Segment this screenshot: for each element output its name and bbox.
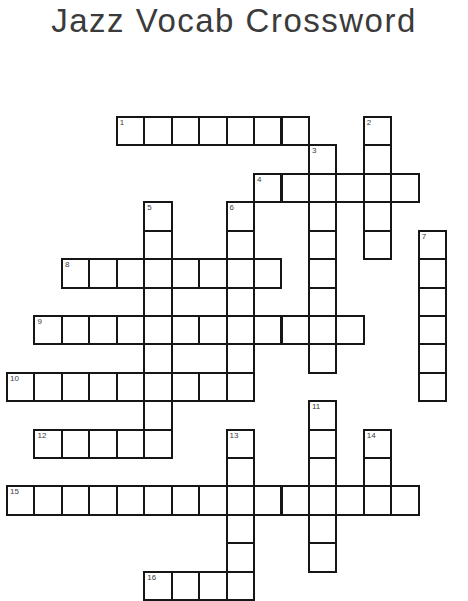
cell-r9c7[interactable] [198,372,227,402]
cell-r6c11[interactable] [308,287,337,317]
cell-number: 9 [37,317,41,327]
cell-r11c4[interactable] [116,429,145,459]
cell-r13c5[interactable] [143,485,172,515]
cell-r2c10[interactable] [281,173,310,203]
cell-r13c1[interactable] [33,485,62,515]
cell-r9c6[interactable] [171,372,200,402]
cell-r9c5[interactable] [143,372,172,402]
cell-r11c11[interactable] [308,429,337,459]
cell-number: 2 [367,118,371,128]
cell-r5c3[interactable] [88,258,117,288]
cell-r2c11[interactable] [308,173,337,203]
cell-r3c11[interactable] [308,201,337,231]
cell-r13c13[interactable] [363,485,392,515]
cell-r5c9[interactable] [253,258,282,288]
cell-r10c5[interactable] [143,400,172,430]
cell-r4c13[interactable] [363,230,392,260]
cell-number: 8 [65,260,69,270]
cell-number: 11 [312,402,320,412]
cell-number: 10 [10,374,19,384]
cell-r0c4[interactable]: 1 [116,116,145,146]
cell-r4c8[interactable] [226,230,255,260]
cell-number: 4 [257,175,261,185]
cell-r0c10[interactable] [281,116,310,146]
cell-r7c5[interactable] [143,315,172,345]
cell-r13c14[interactable] [390,485,419,515]
cell-r16c8[interactable] [226,571,255,601]
cell-r10c11[interactable]: 11 [308,400,337,430]
cell-r5c7[interactable] [198,258,227,288]
cell-r2c14[interactable] [390,173,419,203]
cell-r9c1[interactable] [33,372,62,402]
cell-r13c4[interactable] [116,485,145,515]
cell-r0c9[interactable] [253,116,282,146]
cell-r3c8[interactable]: 6 [226,201,255,231]
cell-r11c2[interactable] [61,429,90,459]
cell-number: 12 [37,431,46,441]
cell-number: 6 [230,203,234,213]
cell-r9c0[interactable]: 10 [6,372,35,402]
cell-r7c4[interactable] [116,315,145,345]
cell-r7c2[interactable] [61,315,90,345]
cell-r14c11[interactable] [308,514,337,544]
cell-r5c11[interactable] [308,258,337,288]
cell-r2c12[interactable] [335,173,364,203]
cell-number: 1 [120,118,124,128]
cell-r15c11[interactable] [308,542,337,572]
cell-r4c11[interactable] [308,230,337,260]
cell-r5c5[interactable] [143,258,172,288]
cell-r2c13[interactable] [363,173,392,203]
cell-r11c13[interactable]: 14 [363,429,392,459]
cell-r13c7[interactable] [198,485,227,515]
cell-r13c11[interactable] [308,485,337,515]
cell-r16c5[interactable]: 16 [143,571,172,601]
cell-r9c8[interactable] [226,372,255,402]
cell-r9c15[interactable] [418,372,447,402]
cell-r9c2[interactable] [61,372,90,402]
cell-r5c4[interactable] [116,258,145,288]
cell-r9c4[interactable] [116,372,145,402]
cell-r11c1[interactable]: 12 [33,429,62,459]
cell-r5c8[interactable] [226,258,255,288]
cell-r5c6[interactable] [171,258,200,288]
cell-number: 14 [367,431,376,441]
cell-r7c7[interactable] [198,315,227,345]
cell-r16c6[interactable] [171,571,200,601]
cell-r0c7[interactable] [198,116,227,146]
cell-r1c13[interactable] [363,144,392,174]
cell-r3c5[interactable]: 5 [143,201,172,231]
cell-r7c1[interactable]: 9 [33,315,62,345]
cell-r11c8[interactable]: 13 [226,429,255,459]
cell-r13c3[interactable] [88,485,117,515]
cell-r8c15[interactable] [418,343,447,373]
cell-number: 7 [422,232,426,242]
cell-r0c5[interactable] [143,116,172,146]
cell-r7c3[interactable] [88,315,117,345]
cell-r13c8[interactable] [226,485,255,515]
cell-r6c8[interactable] [226,287,255,317]
cell-r7c11[interactable] [308,315,337,345]
cell-number: 15 [10,487,19,497]
cell-r9c3[interactable] [88,372,117,402]
cell-r13c10[interactable] [281,485,310,515]
cell-r8c11[interactable] [308,343,337,373]
cell-r8c8[interactable] [226,343,255,373]
cell-r12c11[interactable] [308,457,337,487]
cell-r11c3[interactable] [88,429,117,459]
cell-r0c13[interactable]: 2 [363,116,392,146]
cell-number: 5 [147,203,151,213]
cell-number: 13 [230,431,239,441]
cell-r14c8[interactable] [226,514,255,544]
cell-r12c8[interactable] [226,457,255,487]
cell-number: 16 [147,573,156,583]
cell-r2c9[interactable]: 4 [253,173,282,203]
cell-r6c5[interactable] [143,287,172,317]
cell-r13c0[interactable]: 15 [6,485,35,515]
cell-r7c6[interactable] [171,315,200,345]
cell-r13c12[interactable] [335,485,364,515]
crossword-page: Jazz Vocab Crossword 1234567891011121314… [0,0,468,601]
cell-r0c6[interactable] [171,116,200,146]
cell-r13c2[interactable] [61,485,90,515]
cell-r3c13[interactable] [363,201,392,231]
cell-r5c15[interactable] [418,258,447,288]
cell-r11c5[interactable] [143,429,172,459]
cell-r1c11[interactable]: 3 [308,144,337,174]
cell-r0c8[interactable] [226,116,255,146]
cell-r15c8[interactable] [226,542,255,572]
cell-r7c10[interactable] [281,315,310,345]
cell-r16c7[interactable] [198,571,227,601]
cell-r7c12[interactable] [335,315,364,345]
cell-r12c13[interactable] [363,457,392,487]
cell-r4c15[interactable]: 7 [418,230,447,260]
cell-r7c15[interactable] [418,315,447,345]
cell-r13c9[interactable] [253,485,282,515]
cell-r8c5[interactable] [143,343,172,373]
cell-r4c5[interactable] [143,230,172,260]
crossword-board: 12345678910111213141516 [0,0,468,601]
cell-r7c8[interactable] [226,315,255,345]
cell-number: 3 [312,146,316,156]
cell-r13c6[interactable] [171,485,200,515]
cell-r6c15[interactable] [418,287,447,317]
cell-r7c9[interactable] [253,315,282,345]
cell-r5c2[interactable]: 8 [61,258,90,288]
